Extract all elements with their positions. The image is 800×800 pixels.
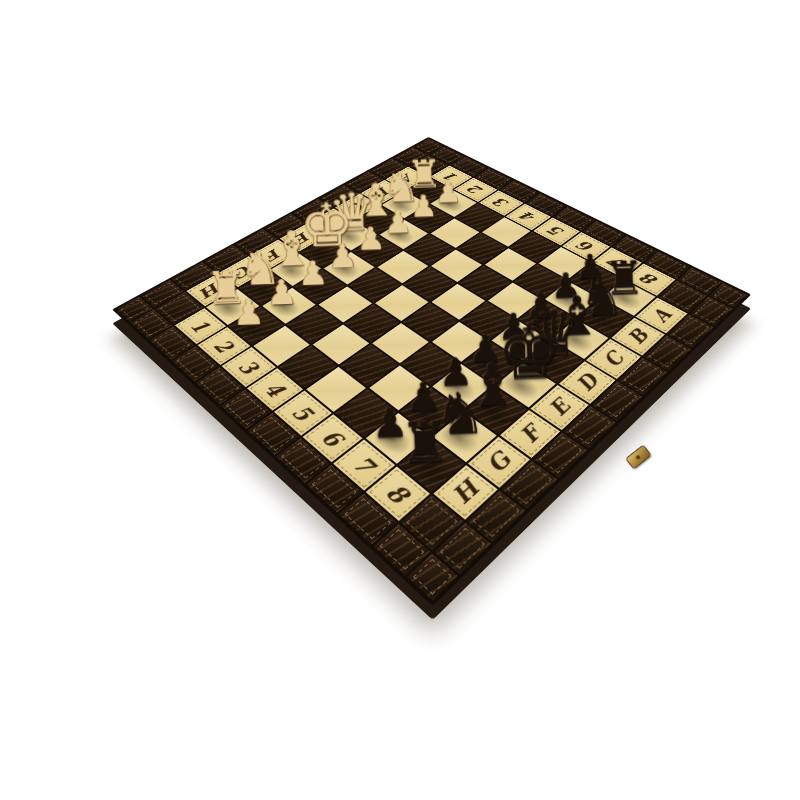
- black-rook[interactable]: ♜: [399, 414, 448, 471]
- file-label: H: [447, 476, 484, 507]
- file-label: B: [623, 326, 653, 346]
- clasp-pin-icon: [635, 455, 641, 461]
- rank-label: 3: [491, 197, 513, 210]
- file-label: G: [482, 448, 516, 476]
- board-3d-wrap: 12345678A♜♟♟♜AB♞♟♟♞BC♝♟♟♝CD♛♟♟♛DE♚♟♟♚EF♝…: [112, 137, 751, 606]
- file-label: E: [544, 396, 575, 419]
- rank-label: 4: [517, 210, 539, 223]
- rank-label: 2: [210, 336, 237, 355]
- rank-label: 6: [317, 426, 347, 450]
- rank-label: 1: [187, 317, 214, 335]
- rank-label: 4: [261, 378, 290, 399]
- rank-label: 8: [382, 480, 414, 507]
- file-label: C: [599, 348, 629, 369]
- board-border-cell: [116, 297, 152, 322]
- product-photo-scene: 12345678A♜♟♟♜AB♞♟♟♞BC♝♟♟♝CD♛♟♟♛DE♚♟♟♚EF♝…: [0, 0, 800, 800]
- file-label: F: [515, 422, 546, 446]
- file-label: D: [572, 371, 603, 394]
- rank-label: 3: [235, 357, 263, 377]
- chessboard: 12345678A♜♟♟♜AB♞♟♟♞BC♝♟♟♝CD♛♟♟♛DE♚♟♟♚EF♝…: [112, 137, 751, 606]
- rank-label: 2: [465, 184, 486, 196]
- rank-label: 5: [288, 401, 317, 423]
- board-border-cell: [678, 268, 721, 295]
- box-clasp: [625, 444, 652, 469]
- rank-label: 5: [545, 224, 567, 238]
- file-label: A: [648, 306, 676, 324]
- white-pawn[interactable]: ♟: [229, 294, 269, 330]
- rank-label: 7: [348, 452, 379, 477]
